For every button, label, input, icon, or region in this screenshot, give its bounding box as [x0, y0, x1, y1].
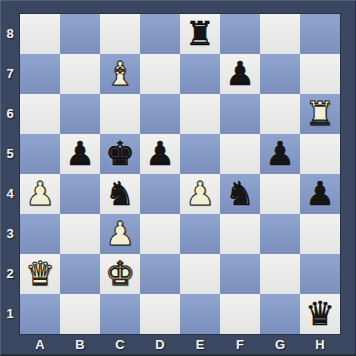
- square-f3[interactable]: [220, 214, 260, 254]
- piece-white-king-c2[interactable]: ♚: [105, 254, 135, 294]
- square-a1[interactable]: [20, 294, 60, 334]
- square-e6[interactable]: [180, 94, 220, 134]
- square-c4[interactable]: ♞: [100, 174, 140, 214]
- piece-white-pawn-e4[interactable]: ♟: [185, 174, 215, 214]
- piece-white-queen-a2[interactable]: ♛: [25, 254, 55, 294]
- square-g2[interactable]: [260, 254, 300, 294]
- square-a7[interactable]: [20, 54, 60, 94]
- square-e1[interactable]: [180, 294, 220, 334]
- square-e4[interactable]: ♟: [180, 174, 220, 214]
- square-h2[interactable]: [300, 254, 340, 294]
- square-d5[interactable]: ♟: [140, 134, 180, 174]
- square-d7[interactable]: [140, 54, 180, 94]
- piece-black-pawn-b5[interactable]: ♟: [65, 134, 95, 174]
- square-c2[interactable]: ♚: [100, 254, 140, 294]
- rank-label-8: 8: [0, 14, 20, 54]
- square-d3[interactable]: [140, 214, 180, 254]
- square-a5[interactable]: [20, 134, 60, 174]
- file-label-g: G: [260, 335, 300, 355]
- file-label-h: H: [300, 335, 340, 355]
- file-label-a: A: [20, 335, 60, 355]
- piece-white-pawn-a4[interactable]: ♟: [25, 174, 55, 214]
- square-f5[interactable]: [220, 134, 260, 174]
- square-d1[interactable]: [140, 294, 180, 334]
- piece-black-knight-c4[interactable]: ♞: [105, 174, 135, 214]
- square-h8[interactable]: [300, 14, 340, 54]
- square-h7[interactable]: [300, 54, 340, 94]
- square-a4[interactable]: ♟: [20, 174, 60, 214]
- square-c8[interactable]: [100, 14, 140, 54]
- rank-label-4: 4: [0, 174, 20, 214]
- square-e7[interactable]: [180, 54, 220, 94]
- square-g5[interactable]: ♟: [260, 134, 300, 174]
- square-c3[interactable]: ♟: [100, 214, 140, 254]
- piece-white-pawn-c3[interactable]: ♟: [105, 214, 135, 254]
- square-c6[interactable]: [100, 94, 140, 134]
- square-a6[interactable]: [20, 94, 60, 134]
- chess-diagram: ♜♝♟♜♟♚♟♟♟♞♟♞♟♟♛♚♛ 87654321ABCDEFGH: [0, 0, 356, 356]
- square-h5[interactable]: [300, 134, 340, 174]
- square-e3[interactable]: [180, 214, 220, 254]
- square-a3[interactable]: [20, 214, 60, 254]
- square-g8[interactable]: [260, 14, 300, 54]
- file-label-c: C: [100, 335, 140, 355]
- square-a2[interactable]: ♛: [20, 254, 60, 294]
- piece-black-king-c5[interactable]: ♚: [105, 134, 135, 174]
- piece-black-pawn-h4[interactable]: ♟: [305, 174, 335, 214]
- square-g4[interactable]: [260, 174, 300, 214]
- square-f2[interactable]: [220, 254, 260, 294]
- square-a8[interactable]: [20, 14, 60, 54]
- piece-black-rook-e8[interactable]: ♜: [185, 14, 215, 54]
- square-c7[interactable]: ♝: [100, 54, 140, 94]
- piece-black-pawn-f7[interactable]: ♟: [225, 54, 255, 94]
- square-e2[interactable]: [180, 254, 220, 294]
- square-e5[interactable]: [180, 134, 220, 174]
- square-g6[interactable]: [260, 94, 300, 134]
- square-b1[interactable]: [60, 294, 100, 334]
- square-b6[interactable]: [60, 94, 100, 134]
- rank-label-7: 7: [0, 54, 20, 94]
- square-f8[interactable]: [220, 14, 260, 54]
- file-label-d: D: [140, 335, 180, 355]
- piece-black-pawn-g5[interactable]: ♟: [265, 134, 295, 174]
- square-b7[interactable]: [60, 54, 100, 94]
- square-h4[interactable]: ♟: [300, 174, 340, 214]
- piece-black-knight-f4[interactable]: ♞: [225, 174, 255, 214]
- square-f6[interactable]: [220, 94, 260, 134]
- piece-white-bishop-c7[interactable]: ♝: [105, 54, 135, 94]
- square-d4[interactable]: [140, 174, 180, 214]
- square-h3[interactable]: [300, 214, 340, 254]
- piece-white-rook-h6[interactable]: ♜: [305, 94, 335, 134]
- square-e8[interactable]: ♜: [180, 14, 220, 54]
- square-f1[interactable]: [220, 294, 260, 334]
- chess-board: ♜♝♟♜♟♚♟♟♟♞♟♞♟♟♛♚♛: [20, 14, 340, 334]
- piece-black-queen-h1[interactable]: ♛: [305, 294, 335, 334]
- piece-black-pawn-d5[interactable]: ♟: [145, 134, 175, 174]
- square-f4[interactable]: ♞: [220, 174, 260, 214]
- square-b5[interactable]: ♟: [60, 134, 100, 174]
- square-g1[interactable]: [260, 294, 300, 334]
- square-b3[interactable]: [60, 214, 100, 254]
- rank-label-6: 6: [0, 94, 20, 134]
- rank-label-1: 1: [0, 294, 20, 334]
- square-b2[interactable]: [60, 254, 100, 294]
- square-d2[interactable]: [140, 254, 180, 294]
- square-c1[interactable]: [100, 294, 140, 334]
- square-d8[interactable]: [140, 14, 180, 54]
- square-g3[interactable]: [260, 214, 300, 254]
- square-f7[interactable]: ♟: [220, 54, 260, 94]
- square-h1[interactable]: ♛: [300, 294, 340, 334]
- file-label-f: F: [220, 335, 260, 355]
- square-d6[interactable]: [140, 94, 180, 134]
- file-label-b: B: [60, 335, 100, 355]
- rank-label-5: 5: [0, 134, 20, 174]
- file-label-e: E: [180, 335, 220, 355]
- square-b8[interactable]: [60, 14, 100, 54]
- rank-label-2: 2: [0, 254, 20, 294]
- square-b4[interactable]: [60, 174, 100, 214]
- square-g7[interactable]: [260, 54, 300, 94]
- square-h6[interactable]: ♜: [300, 94, 340, 134]
- square-c5[interactable]: ♚: [100, 134, 140, 174]
- rank-label-3: 3: [0, 214, 20, 254]
